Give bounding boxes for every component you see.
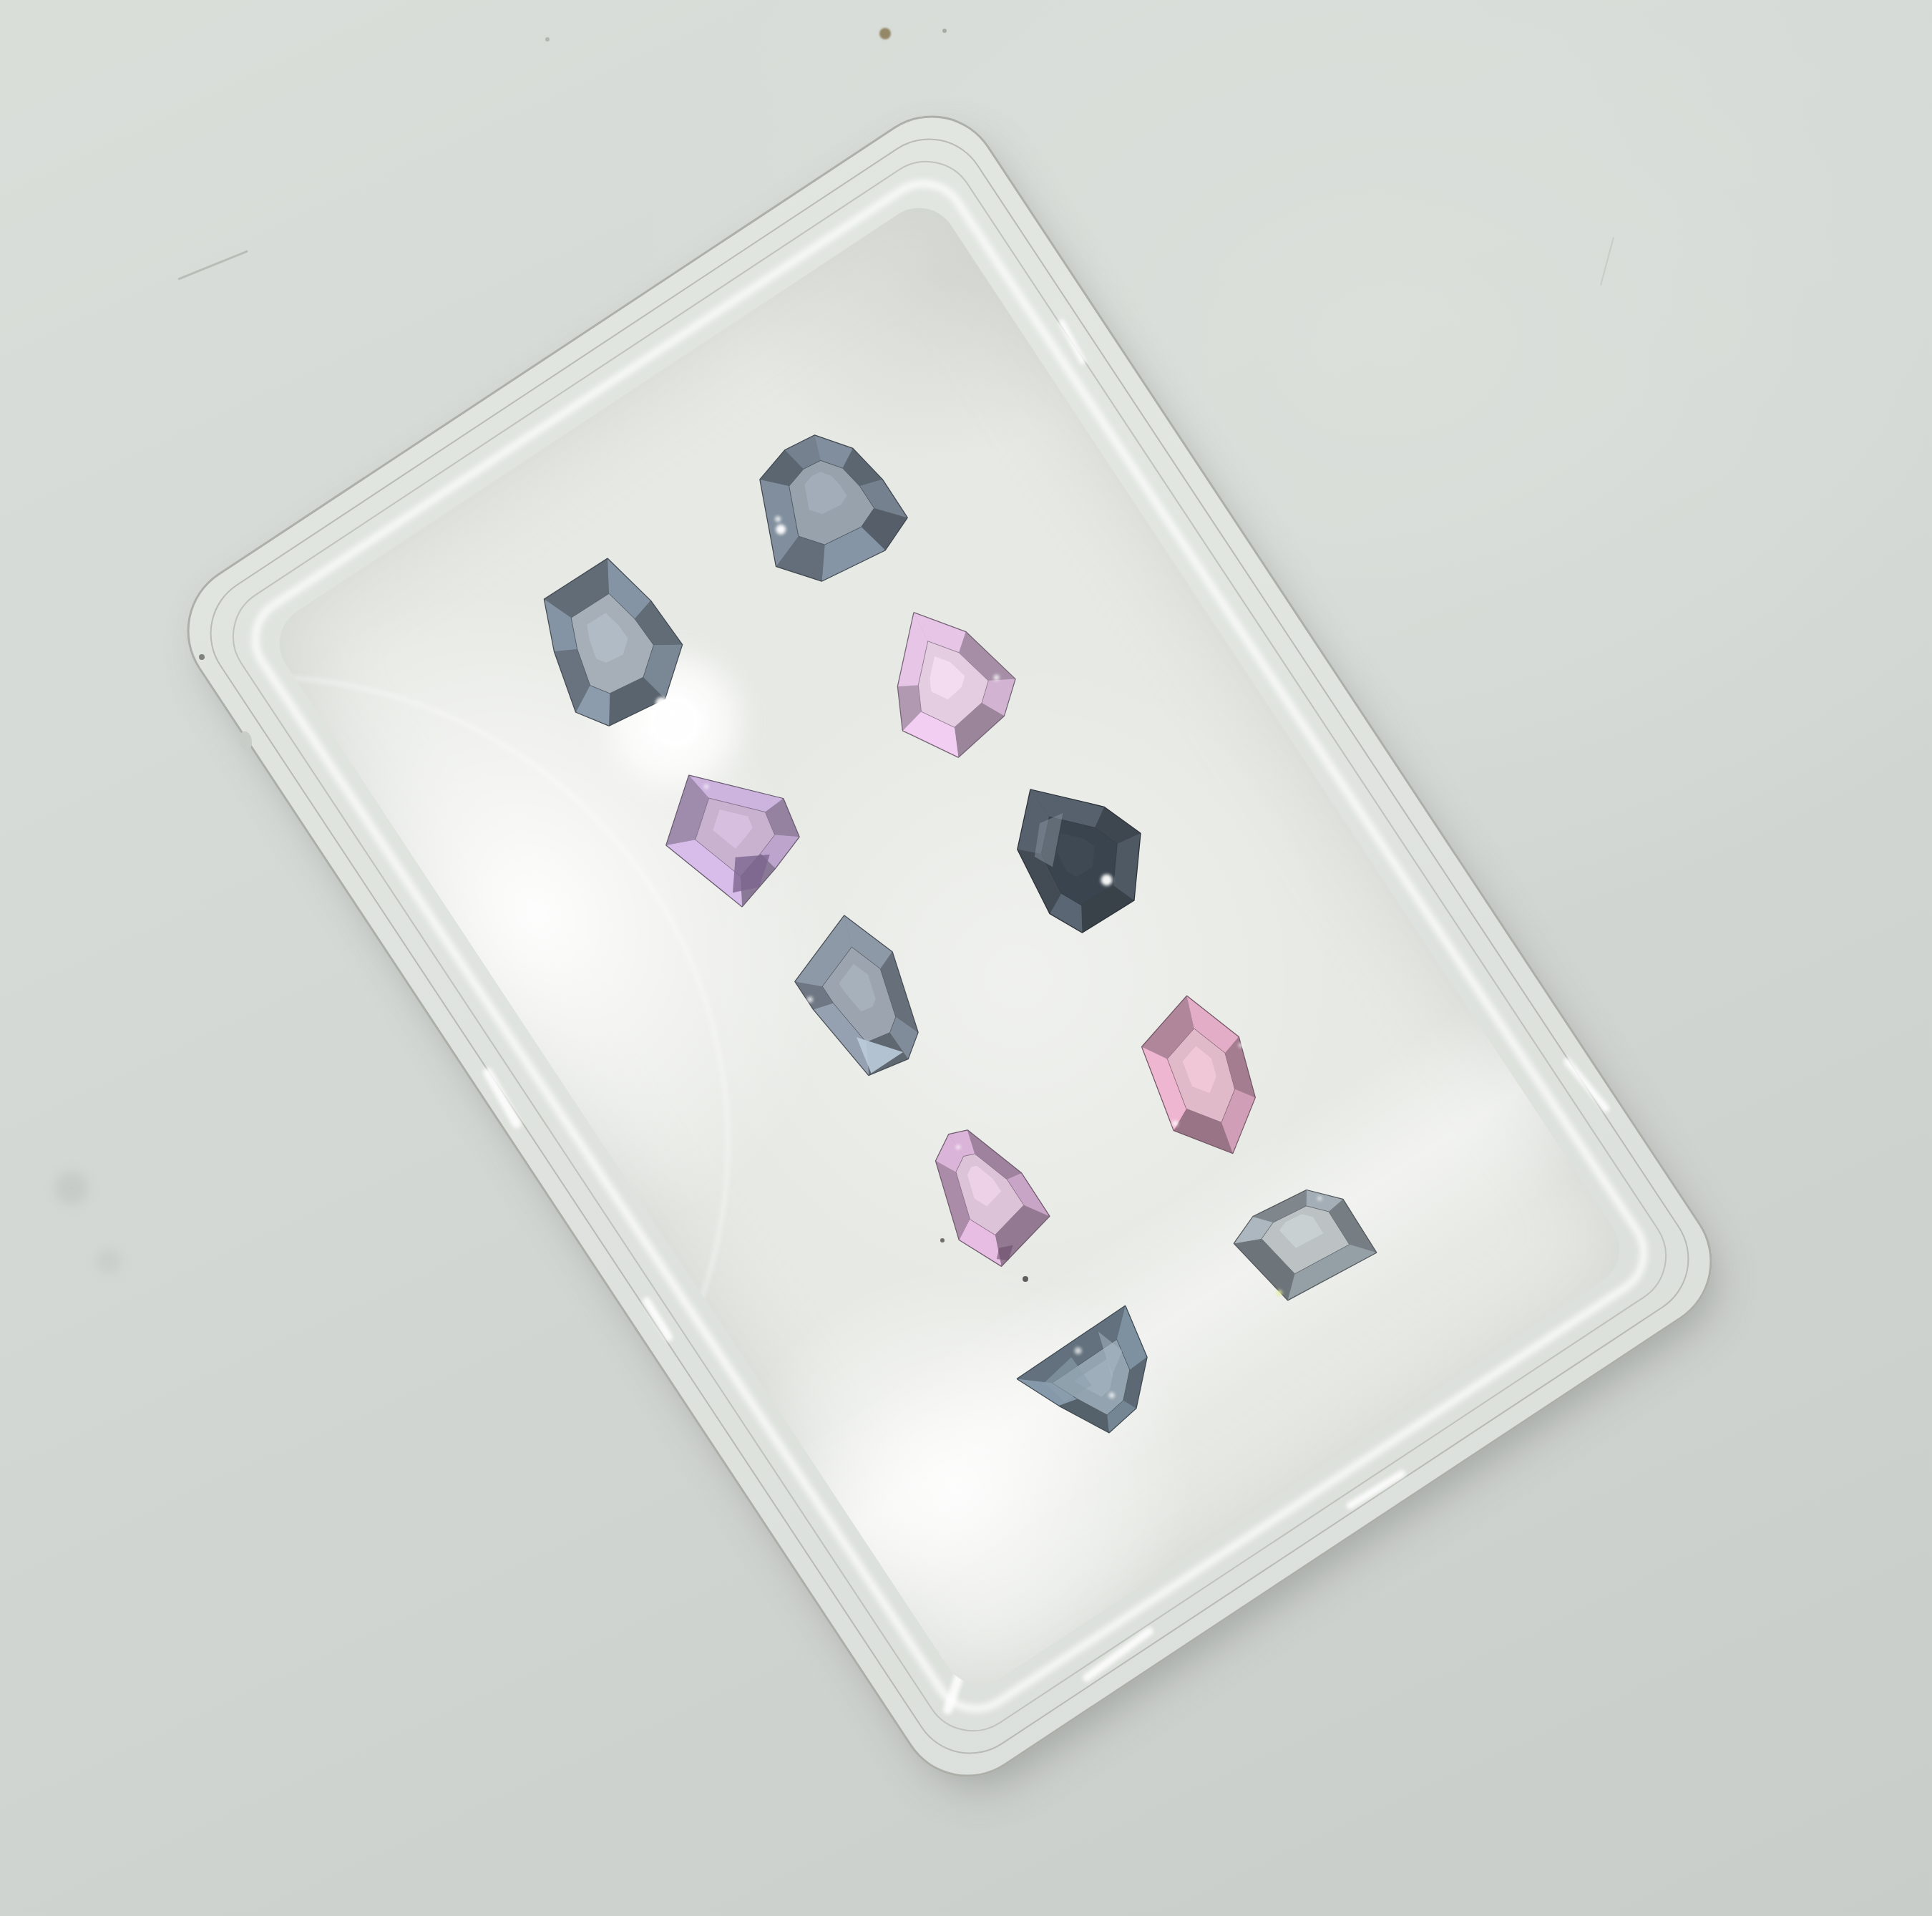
dust-speck — [545, 37, 550, 42]
dust-speck — [942, 29, 947, 33]
photo-scene — [0, 0, 1932, 1916]
case-hinge-hole — [238, 730, 253, 751]
dust-speck — [54, 1171, 89, 1205]
dust-speck — [97, 1249, 121, 1273]
dust-fiber — [1600, 237, 1614, 286]
gem-case — [161, 89, 1739, 1803]
dust-fiber — [177, 250, 248, 280]
dust-speck — [879, 28, 891, 39]
